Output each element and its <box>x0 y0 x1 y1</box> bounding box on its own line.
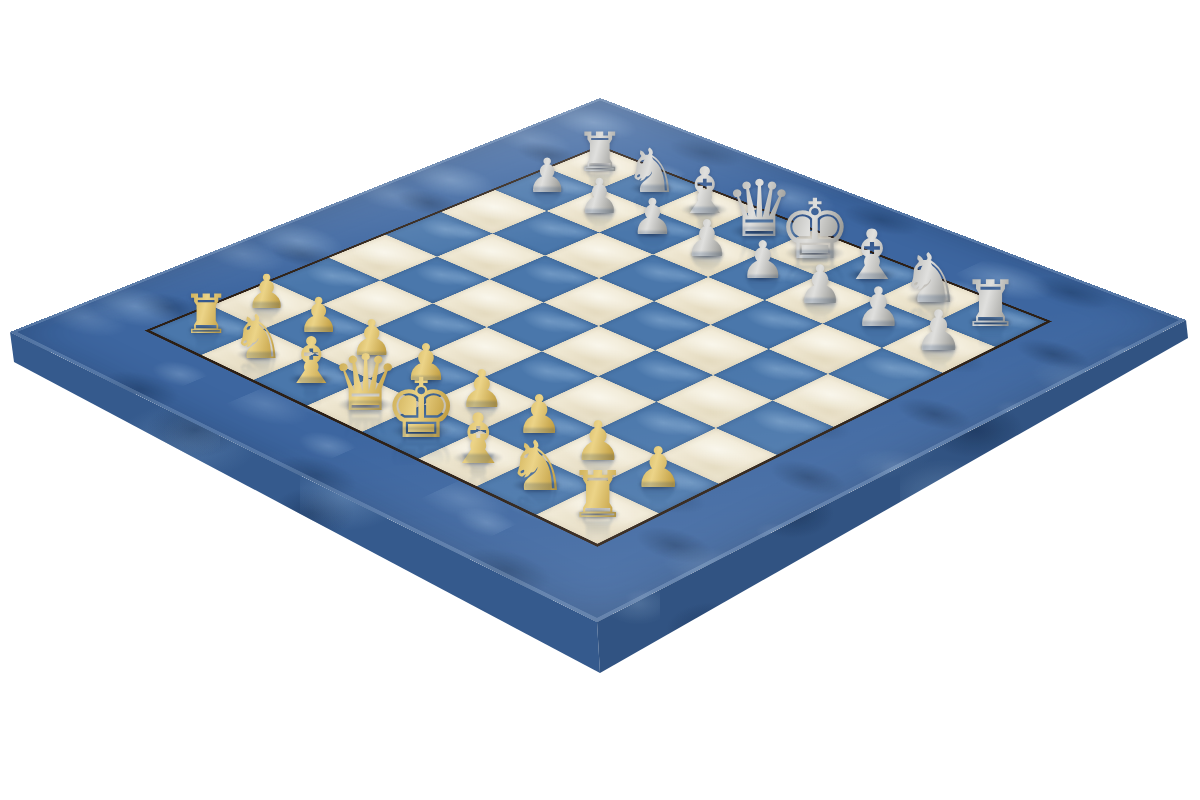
piece-reflection: ♜ <box>533 501 663 566</box>
piece-reflection: ♟ <box>883 336 995 392</box>
piece-white-rook-h1[interactable]: ♜♜ <box>533 463 663 565</box>
pieces-layer: ♜♜♞♞♝♝♛♛♚♚♝♝♞♞♜♜♟♟♟♟♟♟♟♟♟♟♟♟♟♟♟♟♟♟♟♟♟♟♟♟… <box>0 0 1200 800</box>
chess-photo-scene: ♜♜♞♞♝♝♛♛♚♚♝♝♞♞♜♜♟♟♟♟♟♟♟♟♟♟♟♟♟♟♟♟♟♟♟♟♟♟♟♟… <box>0 0 1200 800</box>
piece-black-pawn-h7[interactable]: ♟♟ <box>883 304 995 392</box>
